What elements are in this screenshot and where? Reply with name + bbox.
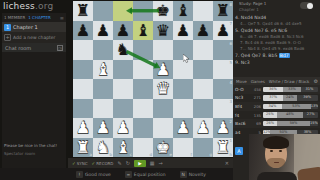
chat-notice: Please be nice in the chat!	[4, 143, 64, 148]
square-e1[interactable]: e♚	[153, 138, 173, 158]
piece-e7[interactable]: ♛	[153, 21, 173, 41]
square-g4[interactable]	[193, 79, 213, 99]
square-a3[interactable]	[73, 99, 93, 119]
piece-h7[interactable]: ♟	[213, 21, 233, 41]
square-b6[interactable]	[93, 40, 113, 60]
add-chapter-button[interactable]: + Add a new chapter	[2, 32, 66, 42]
piece-a1[interactable]: ♜	[73, 138, 93, 158]
tab-chapters[interactable]: 1 CHAPTER	[28, 15, 51, 20]
piece-f8[interactable]: ♝	[173, 1, 193, 21]
bar-segment: 26%	[263, 121, 277, 127]
explorer-move[interactable]: Bxc6	[235, 121, 249, 126]
square-b8[interactable]	[93, 1, 113, 21]
bar-segment: 15%	[310, 121, 318, 127]
bar-segment: 39%	[297, 95, 318, 101]
webcam-person-eye	[270, 150, 273, 152]
square-e6[interactable]	[153, 40, 173, 60]
square-b2[interactable]: ♟	[93, 118, 113, 138]
rank-coordinate: 6	[229, 41, 232, 46]
explorer-games-count: 271	[251, 95, 261, 100]
bar-segment: 33%	[283, 87, 301, 93]
fork-arrow-icon[interactable]: →	[159, 160, 163, 166]
check-icon: ✓	[72, 161, 76, 166]
board-sync-toggle[interactable]	[300, 2, 313, 9]
square-h6[interactable]: 6	[213, 40, 233, 60]
explorer-table: O-O45836%33%31%Nc327137%24%39%Bf420634%5…	[233, 85, 320, 137]
explorer-games-count: 458	[251, 87, 261, 92]
square-h1[interactable]: h1♜	[213, 138, 233, 158]
square-b1[interactable]: b♞	[93, 138, 113, 158]
explorer-footer: A	[233, 146, 249, 155]
menu-icon[interactable]: ≡	[60, 15, 64, 21]
chat-room-label: Chat room	[5, 45, 31, 51]
chat-subtext: Spectator room	[4, 151, 64, 156]
square-a1[interactable]: a♜	[73, 138, 93, 158]
rank-coordinate: 3	[229, 99, 232, 104]
annotation-glyph-icon: =	[125, 171, 132, 178]
comment-icon[interactable]: ✎	[117, 160, 121, 166]
current-move[interactable]: Bd7	[279, 53, 290, 58]
square-f2[interactable]: ♟	[173, 118, 193, 138]
page: lichess.org 1 MEMBER 1 CHAPTER ≡ 1 Chapt…	[0, 0, 320, 180]
study-title: Study: Page 1	[239, 1, 299, 6]
bar-segment: 53%	[282, 104, 311, 110]
win-rate-bar: 37%24%39%	[263, 95, 318, 101]
mainline-move[interactable]: 5. Qxd4 Ne7 6. e5 Nc6	[235, 27, 318, 34]
explorer-move-row[interactable]: f413525%48%27%	[233, 111, 320, 120]
piece-h2[interactable]: ♟	[213, 118, 233, 138]
toggle-knob	[307, 3, 313, 9]
piece-b2[interactable]: ♟	[93, 118, 113, 138]
piece-h8[interactable]: ♜	[213, 1, 233, 21]
square-a8[interactable]: ♜	[73, 1, 93, 21]
board-editor-icon[interactable]: ▦	[150, 160, 155, 166]
explorer-move-row[interactable]: Bxc66926%59%15%	[233, 119, 320, 128]
explorer-move[interactable]: Nc3	[235, 95, 249, 100]
square-c5[interactable]	[113, 60, 133, 80]
explorer-games-count: 206	[251, 104, 261, 109]
piece-b1[interactable]: ♞	[93, 138, 113, 158]
mainline-move[interactable]: 7. Qe4 Qe7 8. Bb5 Bd7	[235, 52, 318, 59]
explorer-col-games: Games	[251, 79, 265, 84]
square-f3[interactable]	[173, 99, 193, 119]
bar-segment: 59%	[277, 121, 309, 127]
webcam-overlay	[249, 134, 320, 180]
square-c2[interactable]: ♟	[113, 118, 133, 138]
bar-segment: 37%	[263, 95, 283, 101]
annotation-label: Novelty	[189, 172, 206, 177]
square-b5[interactable]: ♝	[93, 60, 113, 80]
explorer-games-count: 69	[251, 121, 261, 126]
explorer-header: Move Games White / Draw / Black ⚙	[233, 77, 320, 85]
square-d4[interactable]	[133, 79, 153, 99]
webcam-person-eye	[279, 150, 282, 152]
piece-b7[interactable]: ♟	[93, 21, 113, 41]
chapter-label: Chapter 1	[13, 24, 38, 30]
mainline-move[interactable]: 9. Nc3	[235, 59, 318, 66]
delete-icon[interactable]: ✕	[225, 160, 229, 166]
square-a5[interactable]	[73, 60, 93, 80]
bar-segment: 24%	[283, 95, 296, 101]
square-e5[interactable]: ♟	[153, 60, 173, 80]
explorer-col-wdb: White / Draw / Black	[269, 79, 310, 84]
square-a4[interactable]	[73, 79, 93, 99]
square-d1[interactable]: d	[133, 138, 153, 158]
annotation-item[interactable]: NNovelty	[180, 171, 206, 178]
file-coordinate: f	[191, 152, 192, 157]
square-g3[interactable]	[193, 99, 213, 119]
chess-board[interactable]: ♜♚♝8♜♟♟♟♝♛♟♟7♟♞6♝♟5♛43♟♟♟♟♟2♟a♜b♞c♝de♚fg…	[73, 1, 233, 157]
bar-segment: 31%	[301, 87, 318, 93]
square-e7[interactable]: ♛	[153, 21, 173, 41]
square-d6[interactable]	[133, 40, 153, 60]
square-f1[interactable]: f	[173, 138, 193, 158]
piece-c1[interactable]: ♝	[113, 138, 133, 158]
piece-e4[interactable]: ♛	[153, 79, 173, 99]
piece-e5[interactable]: ♟	[153, 60, 173, 80]
square-g1[interactable]: g	[193, 138, 213, 158]
square-f8[interactable]: ♝	[173, 1, 193, 21]
win-rate-bar: 25%48%27%	[263, 112, 318, 118]
piece-f7[interactable]: ♟	[173, 21, 193, 41]
piece-a7[interactable]: ♟	[73, 21, 93, 41]
sidebar: lichess.org 1 MEMBER 1 CHAPTER ≡ 1 Chapt…	[0, 0, 68, 180]
square-f7[interactable]: ♟	[173, 21, 193, 41]
gear-icon[interactable]: ⚙	[313, 78, 317, 84]
piece-h1[interactable]: ♜	[213, 138, 233, 158]
annotation-label: Good move	[85, 172, 111, 177]
square-b7[interactable]: ♟	[93, 21, 113, 41]
bar-segment: 27%	[303, 112, 318, 118]
mainline-move[interactable]: 4. Nxd4 Nxd4	[235, 14, 318, 21]
square-c7[interactable]: ♟	[113, 21, 133, 41]
piece-g7[interactable]: ♟	[193, 21, 213, 41]
sidebar-tabs: 1 MEMBER 1 CHAPTER ≡	[2, 13, 66, 22]
square-d3[interactable]	[133, 99, 153, 119]
sync-toggle[interactable]: ✓ SYNC	[72, 161, 88, 166]
move-list[interactable]: 4. Nxd4 Nxd44... Qe7 5. Qxd4 d6 6. d4 dx…	[235, 14, 318, 76]
piece-b5[interactable]: ♝	[93, 60, 113, 80]
square-b3[interactable]	[93, 99, 113, 119]
file-coordinate: d	[149, 152, 152, 157]
win-rate-bar: 34%53%13%	[263, 104, 318, 110]
square-d8[interactable]	[133, 1, 153, 21]
webcam-furniture	[297, 166, 320, 180]
annotation-item[interactable]: !Good move	[76, 171, 111, 178]
piece-g2[interactable]: ♟	[193, 118, 213, 138]
webcam-person-hair	[263, 136, 289, 149]
square-e2[interactable]	[153, 118, 173, 138]
piece-c7[interactable]: ♟	[113, 21, 133, 41]
square-g5[interactable]	[193, 60, 213, 80]
win-rate-bar: 36%33%31%	[263, 87, 318, 93]
square-d5[interactable]	[133, 60, 153, 80]
annotation-glyph-icon: !	[76, 171, 83, 178]
square-h3[interactable]: 3	[213, 99, 233, 119]
bar-segment: 25%	[263, 112, 277, 118]
square-c8[interactable]	[113, 1, 133, 21]
square-c4[interactable]	[113, 79, 133, 99]
piece-e8[interactable]: ♚	[153, 1, 173, 21]
chat-resize-icon[interactable]: ◲	[57, 45, 63, 51]
bar-segment: 48%	[277, 112, 303, 118]
explorer-col-move: Move	[236, 79, 247, 84]
explorer-move-row[interactable]: Bf420634%53%13%	[233, 102, 320, 111]
chapter-number-badge: 1	[4, 24, 11, 31]
explorer-move-row[interactable]: O-O45836%33%31%	[233, 85, 320, 94]
square-g7[interactable]: ♟	[193, 21, 213, 41]
square-f4[interactable]	[173, 79, 193, 99]
piece-c2[interactable]: ♟	[113, 118, 133, 138]
analysis-board-icon[interactable]: A	[235, 147, 243, 155]
square-e4[interactable]: ♛	[153, 79, 173, 99]
square-f6[interactable]	[173, 40, 193, 60]
square-b4[interactable]	[93, 79, 113, 99]
piece-a2[interactable]: ♟	[73, 118, 93, 138]
rank-coordinate: 5	[229, 60, 232, 65]
piece-c6[interactable]: ♞	[113, 40, 133, 60]
explorer-games-count: 135	[251, 113, 261, 118]
square-d7[interactable]: ♝	[133, 21, 153, 41]
square-e3[interactable]	[153, 99, 173, 119]
piece-e1[interactable]: ♚	[153, 138, 173, 158]
explorer-move-row[interactable]: Nc327137%24%39%	[233, 94, 320, 103]
add-chapter-label: Add a new chapter	[13, 35, 55, 40]
annotation-item[interactable]: =Equal position	[125, 171, 166, 178]
bar-segment: 13%	[311, 104, 318, 110]
square-a2[interactable]: ♟	[73, 118, 93, 138]
annotation-glyph-icon: N	[180, 171, 187, 178]
square-e8[interactable]: ♚	[153, 1, 173, 21]
sidebar-item-chapter-1[interactable]: 1 Chapter 1	[2, 22, 66, 32]
square-c6[interactable]: ♞	[113, 40, 133, 60]
win-rate-bar: 26%59%15%	[263, 121, 318, 127]
lichess-logo[interactable]: lichess.org	[3, 1, 53, 11]
record-toggle[interactable]: ✓ RECORD	[92, 161, 114, 166]
chat-header: Chat room ◲	[2, 43, 66, 52]
square-h7[interactable]: 7♟	[213, 21, 233, 41]
piece-a8[interactable]: ♜	[73, 1, 93, 21]
explorer-move[interactable]: f4	[235, 113, 249, 118]
square-d2[interactable]	[133, 118, 153, 138]
cycle-icon[interactable]: ↻	[126, 160, 130, 166]
square-g8[interactable]	[193, 1, 213, 21]
analysis-button[interactable]: ▶	[134, 160, 146, 167]
square-h5[interactable]: 5	[213, 60, 233, 80]
square-a7[interactable]: ♟	[73, 21, 93, 41]
square-h4[interactable]: 4	[213, 79, 233, 99]
tab-members[interactable]: 1 MEMBER	[4, 15, 25, 20]
bar-segment: 34%	[263, 104, 282, 110]
square-g6[interactable]	[193, 40, 213, 60]
square-h8[interactable]: 8♜	[213, 1, 233, 21]
file-coordinate: g	[209, 152, 212, 157]
square-c1[interactable]: c♝	[113, 138, 133, 158]
square-f5[interactable]	[173, 60, 193, 80]
annotation-label: Equal position	[134, 172, 166, 177]
piece-f2[interactable]: ♟	[173, 118, 193, 138]
explorer-move[interactable]: Bf4	[235, 104, 249, 109]
bar-segment: 36%	[263, 87, 283, 93]
plus-icon: +	[4, 34, 11, 41]
explorer-move[interactable]: O-O	[235, 87, 249, 92]
study-toolbar: ✓ SYNC ✓ RECORD ✎ ↻ ▶ ▦ → ✕	[68, 158, 233, 168]
rank-coordinate: 4	[229, 80, 232, 85]
square-g2[interactable]: ♟	[193, 118, 213, 138]
square-h2[interactable]: 2♟	[213, 118, 233, 138]
check-icon: ✓	[92, 161, 96, 166]
webcam-person-body	[257, 172, 297, 180]
square-c3[interactable]	[113, 99, 133, 119]
square-a6[interactable]	[73, 40, 93, 60]
piece-d7[interactable]: ♝	[133, 21, 153, 41]
study-chapter-subtitle: Chapter 1	[239, 7, 299, 12]
explorer-move[interactable]: a4	[235, 130, 249, 135]
